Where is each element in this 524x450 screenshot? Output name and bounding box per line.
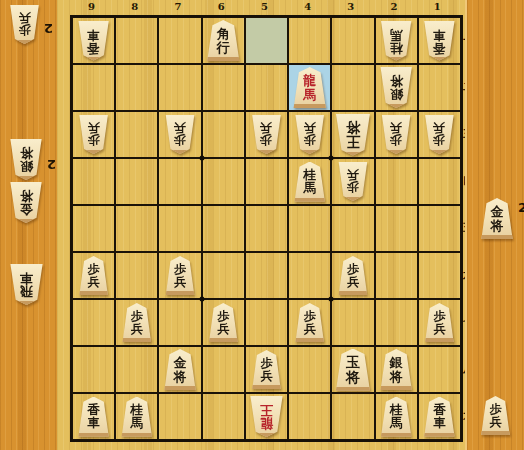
square-99[interactable]: 香車 xyxy=(72,393,115,440)
gote-rook[interactable]: 飛車 xyxy=(9,264,44,305)
square-66[interactable] xyxy=(202,252,245,299)
square-11[interactable]: 香車 xyxy=(418,17,461,64)
square-65[interactable] xyxy=(202,205,245,252)
hand-gote-silver[interactable]: 銀将2 xyxy=(9,139,43,180)
square-93[interactable]: 歩兵 xyxy=(72,111,115,158)
board-grid: 香車角行桂馬香車龍馬銀将歩兵歩兵歩兵歩兵王将歩兵歩兵桂馬歩兵歩兵歩兵歩兵歩兵歩兵… xyxy=(70,15,463,442)
sente-knight[interactable]: 桂馬 xyxy=(380,397,413,437)
square-13[interactable]: 歩兵 xyxy=(418,111,461,158)
hoshi-dot xyxy=(199,297,204,302)
gote-silver[interactable]: 銀将 xyxy=(9,139,43,180)
sente-pawn[interactable]: 歩兵 xyxy=(121,303,152,342)
square-67[interactable]: 歩兵 xyxy=(202,299,245,346)
gote-pawn[interactable]: 歩兵 xyxy=(165,115,196,154)
square-29[interactable]: 桂馬 xyxy=(375,393,418,440)
gote-pawn[interactable]: 歩兵 xyxy=(337,162,368,201)
square-97[interactable] xyxy=(72,299,115,346)
shogi-app: 歩兵2銀将2金将飛車 987654321 一二三四五六七八九 香車角行桂馬香車龍… xyxy=(0,0,524,450)
sente-pawn[interactable]: 歩兵 xyxy=(294,303,325,342)
sente-knight[interactable]: 桂馬 xyxy=(293,162,326,202)
file-label-5: 5 xyxy=(243,1,286,12)
square-87[interactable]: 歩兵 xyxy=(115,299,158,346)
gote-king[interactable]: 王将 xyxy=(334,114,371,156)
gote-gold[interactable]: 金将 xyxy=(9,182,43,223)
sente-pawn[interactable]: 歩兵 xyxy=(165,256,196,295)
sente-pawn[interactable]: 歩兵 xyxy=(208,303,239,342)
gote-promoted-rook-dragon[interactable]: 龍王 xyxy=(249,396,284,437)
square-16[interactable] xyxy=(418,252,461,299)
square-91[interactable]: 香車 xyxy=(72,17,115,64)
square-24[interactable] xyxy=(375,158,418,205)
square-56[interactable] xyxy=(245,252,288,299)
square-36[interactable]: 歩兵 xyxy=(331,252,374,299)
file-label-2: 2 xyxy=(373,1,416,12)
hand-count: 2 xyxy=(44,21,53,36)
gote-pawn[interactable]: 歩兵 xyxy=(381,115,412,154)
hand-gote-gold[interactable]: 金将 xyxy=(9,182,43,223)
sente-lance[interactable]: 香車 xyxy=(423,397,456,437)
square-28[interactable]: 銀将 xyxy=(375,346,418,393)
square-12[interactable] xyxy=(418,64,461,111)
square-42[interactable]: 龍馬 xyxy=(288,64,331,111)
square-79[interactable] xyxy=(158,393,201,440)
square-25[interactable] xyxy=(375,205,418,252)
square-27[interactable] xyxy=(375,299,418,346)
square-37[interactable] xyxy=(331,299,374,346)
square-96[interactable]: 歩兵 xyxy=(72,252,115,299)
sente-king[interactable]: 玉将 xyxy=(334,349,371,391)
gote-pawn[interactable]: 歩兵 xyxy=(78,115,109,154)
gote-pawn[interactable]: 歩兵 xyxy=(294,115,325,154)
square-74[interactable] xyxy=(158,158,201,205)
file-label-9: 9 xyxy=(70,1,113,12)
hoshi-dot xyxy=(199,156,204,161)
square-41[interactable] xyxy=(288,17,331,64)
square-51[interactable] xyxy=(245,17,288,64)
file-label-7: 7 xyxy=(156,1,199,12)
square-44[interactable]: 桂馬 xyxy=(288,158,331,205)
square-18[interactable] xyxy=(418,346,461,393)
square-71[interactable] xyxy=(158,17,201,64)
file-label-3: 3 xyxy=(329,1,372,12)
square-64[interactable] xyxy=(202,158,245,205)
square-69[interactable] xyxy=(202,393,245,440)
gote-silver[interactable]: 銀将 xyxy=(379,67,413,108)
square-62[interactable] xyxy=(202,64,245,111)
square-92[interactable] xyxy=(72,64,115,111)
square-83[interactable] xyxy=(115,111,158,158)
square-89[interactable]: 桂馬 xyxy=(115,393,158,440)
gote-lance[interactable]: 香車 xyxy=(423,21,456,61)
hand-sente-pawn[interactable]: 歩兵 xyxy=(480,396,511,435)
sente-gold[interactable]: 金将 xyxy=(163,349,197,390)
square-82[interactable] xyxy=(115,64,158,111)
gote-hand-tray: 歩兵2銀将2金将飛車 xyxy=(0,0,59,450)
sente-promoted-bishop-horse[interactable]: 龍馬 xyxy=(292,67,327,108)
square-59[interactable]: 龍王 xyxy=(245,393,288,440)
hand-gote-rook[interactable]: 飛車 xyxy=(9,264,44,305)
square-85[interactable] xyxy=(115,205,158,252)
square-95[interactable] xyxy=(72,205,115,252)
gote-pawn[interactable]: 歩兵 xyxy=(9,5,40,44)
square-14[interactable] xyxy=(418,158,461,205)
sente-bishop[interactable]: 角行 xyxy=(206,20,241,61)
square-86[interactable] xyxy=(115,252,158,299)
square-34[interactable]: 歩兵 xyxy=(331,158,374,205)
hand-count: 2 xyxy=(518,200,524,215)
square-21[interactable]: 桂馬 xyxy=(375,17,418,64)
square-88[interactable] xyxy=(115,346,158,393)
square-35[interactable] xyxy=(331,205,374,252)
gote-pawn[interactable]: 歩兵 xyxy=(251,115,282,154)
square-54[interactable] xyxy=(245,158,288,205)
gote-pawn[interactable]: 歩兵 xyxy=(424,115,455,154)
square-57[interactable] xyxy=(245,299,288,346)
square-47[interactable]: 歩兵 xyxy=(288,299,331,346)
sente-pawn[interactable]: 歩兵 xyxy=(424,303,455,342)
square-23[interactable]: 歩兵 xyxy=(375,111,418,158)
sente-hand-tray: 金将2歩兵 xyxy=(465,0,524,450)
gote-knight[interactable]: 桂馬 xyxy=(380,21,413,61)
square-48[interactable] xyxy=(288,346,331,393)
sente-pawn[interactable]: 歩兵 xyxy=(480,396,511,435)
square-39[interactable] xyxy=(331,393,374,440)
square-17[interactable]: 歩兵 xyxy=(418,299,461,346)
square-72[interactable] xyxy=(158,64,201,111)
square-49[interactable] xyxy=(288,393,331,440)
sente-silver[interactable]: 銀将 xyxy=(379,349,413,390)
file-label-8: 8 xyxy=(113,1,156,12)
sente-gold[interactable]: 金将 xyxy=(480,198,514,239)
square-26[interactable] xyxy=(375,252,418,299)
hand-sente-gold[interactable]: 金将2 xyxy=(480,198,514,239)
square-19[interactable]: 香車 xyxy=(418,393,461,440)
square-45[interactable] xyxy=(288,205,331,252)
square-94[interactable] xyxy=(72,158,115,205)
sente-lance[interactable]: 香車 xyxy=(77,397,110,437)
hand-count: 2 xyxy=(47,157,56,172)
square-75[interactable] xyxy=(158,205,201,252)
square-84[interactable] xyxy=(115,158,158,205)
square-61[interactable]: 角行 xyxy=(202,17,245,64)
square-98[interactable] xyxy=(72,346,115,393)
square-38[interactable]: 玉将 xyxy=(331,346,374,393)
hoshi-dot xyxy=(329,156,334,161)
square-76[interactable]: 歩兵 xyxy=(158,252,201,299)
file-label-4: 4 xyxy=(286,1,329,12)
sente-knight[interactable]: 桂馬 xyxy=(120,397,153,437)
sente-pawn[interactable]: 歩兵 xyxy=(251,350,282,389)
square-81[interactable] xyxy=(115,17,158,64)
square-58[interactable]: 歩兵 xyxy=(245,346,288,393)
square-77[interactable] xyxy=(158,299,201,346)
file-label-1: 1 xyxy=(416,1,459,12)
gote-lance[interactable]: 香車 xyxy=(77,21,110,61)
square-15[interactable] xyxy=(418,205,461,252)
square-32[interactable] xyxy=(331,64,374,111)
hoshi-dot xyxy=(329,297,334,302)
square-73[interactable]: 歩兵 xyxy=(158,111,201,158)
file-label-6: 6 xyxy=(200,1,243,12)
square-43[interactable]: 歩兵 xyxy=(288,111,331,158)
square-22[interactable]: 銀将 xyxy=(375,64,418,111)
sente-pawn[interactable]: 歩兵 xyxy=(337,256,368,295)
square-52[interactable] xyxy=(245,64,288,111)
square-78[interactable]: 金将 xyxy=(158,346,201,393)
square-68[interactable] xyxy=(202,346,245,393)
sente-pawn[interactable]: 歩兵 xyxy=(78,256,109,295)
square-55[interactable] xyxy=(245,205,288,252)
square-46[interactable] xyxy=(288,252,331,299)
square-63[interactable] xyxy=(202,111,245,158)
square-33[interactable]: 王将 xyxy=(331,111,374,158)
square-31[interactable] xyxy=(331,17,374,64)
square-53[interactable]: 歩兵 xyxy=(245,111,288,158)
board-region: 987654321 一二三四五六七八九 香車角行桂馬香車龍馬銀将歩兵歩兵歩兵歩兵… xyxy=(57,0,465,450)
hand-gote-pawn[interactable]: 歩兵2 xyxy=(9,5,40,44)
